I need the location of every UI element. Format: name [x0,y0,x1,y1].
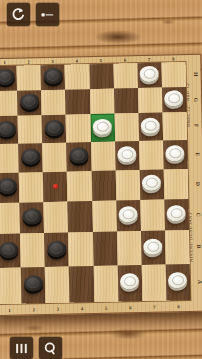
board-square[interactable] [0,234,21,268]
board-square[interactable] [44,233,69,267]
file-label: 8 [166,301,190,312]
board-square[interactable] [68,233,93,267]
board-square[interactable] [138,87,163,113]
white-piece[interactable] [164,90,183,106]
board-square[interactable] [166,264,191,301]
board-square[interactable] [137,63,162,88]
board-square[interactable] [43,171,68,202]
white-piece[interactable] [168,272,187,288]
board-square[interactable] [65,89,90,115]
board-square[interactable] [45,266,70,303]
black-piece[interactable] [20,93,39,109]
board-square[interactable] [140,199,165,231]
board-square[interactable] [117,265,142,302]
black-piece[interactable] [69,147,88,163]
white-piece[interactable] [143,238,162,254]
board-square[interactable] [89,88,114,114]
board-square[interactable] [67,171,92,202]
board-square[interactable] [17,90,42,116]
board-square[interactable] [0,66,17,91]
board-square[interactable] [115,170,140,201]
board-square[interactable] [68,201,93,233]
board-square[interactable] [91,170,116,201]
white-piece[interactable] [120,273,139,289]
board-square[interactable] [139,169,164,200]
board-square[interactable] [19,202,44,234]
board-square[interactable] [114,114,139,142]
board-square[interactable] [164,199,189,231]
board-square[interactable] [161,62,186,87]
board-square[interactable] [93,265,118,302]
board-square[interactable] [0,202,20,234]
white-piece[interactable] [117,146,136,162]
board-square[interactable] [18,116,43,144]
board-square[interactable] [41,89,66,115]
board-square[interactable] [139,140,164,169]
magnifier-button[interactable] [39,337,62,359]
board-square[interactable] [91,141,116,170]
black-piece[interactable] [44,119,63,135]
black-piece[interactable] [24,276,43,292]
file-label: 7 [142,302,166,313]
magnifier-icon [42,340,59,357]
black-piece[interactable] [22,208,41,224]
white-piece[interactable] [93,118,112,134]
white-piece[interactable] [119,206,138,222]
board-square[interactable] [42,115,67,143]
board-square[interactable] [20,234,45,268]
board-square[interactable] [18,143,43,172]
board-square[interactable] [0,267,22,304]
board-grid [0,62,190,304]
board-square[interactable] [0,143,19,172]
black-piece[interactable] [21,148,40,164]
hint-button[interactable] [36,3,59,26]
white-piece[interactable] [142,175,161,191]
board-square[interactable] [138,113,163,141]
board-square[interactable] [162,87,187,113]
board-square[interactable] [116,200,141,232]
board-square[interactable] [117,232,142,266]
board-square[interactable] [21,267,46,304]
file-label: 2 [22,304,46,315]
match-stick-icon [39,6,56,23]
black-piece[interactable] [0,178,17,194]
file-label: 6 [118,302,142,313]
board-square[interactable] [164,169,189,200]
black-piece[interactable] [43,68,62,84]
board-square[interactable] [65,64,90,89]
three-bars-icon [13,340,30,357]
black-piece[interactable] [0,120,16,136]
board-square[interactable] [17,65,42,90]
board-square[interactable] [162,113,187,141]
board-square[interactable] [66,115,91,143]
board-square[interactable] [163,140,188,169]
board-square[interactable] [66,142,91,171]
file-label: 5 [94,303,118,314]
menu-button[interactable] [10,337,33,359]
app-screen: 12345678 12345678 HGFEDCBA Blanc 12 Noir… [0,0,202,359]
board-square[interactable] [19,172,44,203]
board-square[interactable] [114,88,139,114]
board-square[interactable] [92,232,117,266]
board-square[interactable] [89,64,114,89]
board-square[interactable] [113,63,138,88]
board-square[interactable] [0,172,19,203]
undo-curved-arrow-icon [10,6,27,23]
file-label: 3 [46,304,70,315]
checkers-board: 12345678 12345678 HGFEDCBA Blanc 12 Noir… [0,54,202,316]
board-square[interactable] [90,114,115,142]
white-piece[interactable] [140,66,159,82]
black-piece[interactable] [0,241,18,257]
board-square[interactable] [115,141,140,170]
white-piece[interactable] [166,145,185,161]
undo-button[interactable] [7,3,30,26]
board-square[interactable] [69,266,94,303]
board-square[interactable] [0,116,18,144]
board-square[interactable] [165,231,190,265]
board-square[interactable] [92,200,117,232]
black-piece[interactable] [0,69,14,85]
file-label: 1 [0,305,22,316]
board-square[interactable] [41,65,66,90]
board-square[interactable] [141,264,166,301]
board-square[interactable] [0,90,18,116]
white-piece[interactable] [167,205,186,221]
last-move-marker [53,184,58,189]
board-square[interactable] [141,231,166,265]
file-label: 4 [70,303,94,314]
black-piece[interactable] [47,240,66,256]
board-square[interactable] [42,142,67,171]
board-square[interactable] [44,201,69,233]
white-piece[interactable] [141,117,160,133]
